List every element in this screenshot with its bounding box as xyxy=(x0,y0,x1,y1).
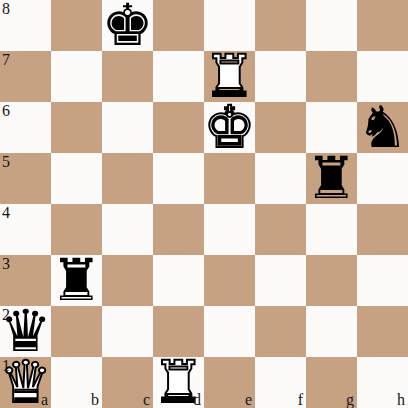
square-h7[interactable] xyxy=(357,51,408,102)
square-g4[interactable] xyxy=(306,204,357,255)
square-h4[interactable] xyxy=(357,204,408,255)
square-a7[interactable]: 7 xyxy=(0,51,51,102)
rank-label-8: 8 xyxy=(2,0,10,17)
square-f2[interactable] xyxy=(255,306,306,357)
square-c2[interactable] xyxy=(102,306,153,357)
square-c6[interactable] xyxy=(102,102,153,153)
black-king-icon: ♚ xyxy=(102,0,153,51)
square-d4[interactable] xyxy=(153,204,204,255)
black-rook-icon: ♜ xyxy=(51,255,102,306)
square-b2[interactable] xyxy=(51,306,102,357)
square-g8[interactable] xyxy=(306,0,357,51)
white-king-icon: ♚ xyxy=(204,102,255,153)
square-a4[interactable]: 4 xyxy=(0,204,51,255)
square-d6[interactable] xyxy=(153,102,204,153)
square-b7[interactable] xyxy=(51,51,102,102)
square-d1[interactable]: d♜ xyxy=(153,357,204,408)
file-label-d: d xyxy=(193,392,201,408)
square-g2[interactable] xyxy=(306,306,357,357)
black-knight-icon: ♞ xyxy=(357,102,408,153)
square-g5[interactable]: ♜ xyxy=(306,153,357,204)
square-a6[interactable]: 6 xyxy=(0,102,51,153)
square-d5[interactable] xyxy=(153,153,204,204)
square-d8[interactable] xyxy=(153,0,204,51)
rank-label-5: 5 xyxy=(2,153,10,170)
square-f5[interactable] xyxy=(255,153,306,204)
square-c8[interactable]: ♚ xyxy=(102,0,153,51)
square-c4[interactable] xyxy=(102,204,153,255)
square-b1[interactable]: b xyxy=(51,357,102,408)
square-b4[interactable] xyxy=(51,204,102,255)
file-label-c: c xyxy=(143,392,150,408)
chess-diagram: 8♚7♜6♚♞5♜43♜2♛1a♛bcd♜efgh xyxy=(0,0,408,408)
square-h3[interactable] xyxy=(357,255,408,306)
square-c5[interactable] xyxy=(102,153,153,204)
square-e8[interactable] xyxy=(204,0,255,51)
rank-label-6: 6 xyxy=(2,102,10,119)
square-d2[interactable] xyxy=(153,306,204,357)
square-a5[interactable]: 5 xyxy=(0,153,51,204)
square-f7[interactable] xyxy=(255,51,306,102)
square-e6[interactable]: ♚ xyxy=(204,102,255,153)
square-a2[interactable]: 2♛ xyxy=(0,306,51,357)
chess-board: 8♚7♜6♚♞5♜43♜2♛1a♛bcd♜efgh xyxy=(0,0,408,408)
square-d7[interactable] xyxy=(153,51,204,102)
square-a1[interactable]: 1a♛ xyxy=(0,357,51,408)
square-c3[interactable] xyxy=(102,255,153,306)
rank-label-4: 4 xyxy=(2,204,10,221)
rank-label-3: 3 xyxy=(2,255,10,272)
square-f6[interactable] xyxy=(255,102,306,153)
square-b6[interactable] xyxy=(51,102,102,153)
square-e4[interactable] xyxy=(204,204,255,255)
square-g6[interactable] xyxy=(306,102,357,153)
rank-label-2: 2 xyxy=(2,306,10,323)
square-a3[interactable]: 3 xyxy=(0,255,51,306)
square-g3[interactable] xyxy=(306,255,357,306)
square-e2[interactable] xyxy=(204,306,255,357)
black-rook-icon: ♜ xyxy=(306,153,357,204)
square-b8[interactable] xyxy=(51,0,102,51)
square-e3[interactable] xyxy=(204,255,255,306)
square-e1[interactable]: e xyxy=(204,357,255,408)
square-a8[interactable]: 8 xyxy=(0,0,51,51)
square-c7[interactable] xyxy=(102,51,153,102)
square-g7[interactable] xyxy=(306,51,357,102)
square-h6[interactable]: ♞ xyxy=(357,102,408,153)
square-b5[interactable] xyxy=(51,153,102,204)
file-label-e: e xyxy=(245,392,252,408)
file-label-f: f xyxy=(298,392,303,408)
square-f4[interactable] xyxy=(255,204,306,255)
square-e7[interactable]: ♜ xyxy=(204,51,255,102)
file-label-g: g xyxy=(346,392,354,408)
square-d3[interactable] xyxy=(153,255,204,306)
square-h8[interactable] xyxy=(357,0,408,51)
square-c1[interactable]: c xyxy=(102,357,153,408)
square-f8[interactable] xyxy=(255,0,306,51)
square-h1[interactable]: h xyxy=(357,357,408,408)
square-h5[interactable] xyxy=(357,153,408,204)
white-rook-icon: ♜ xyxy=(204,51,255,102)
square-f3[interactable] xyxy=(255,255,306,306)
rank-label-7: 7 xyxy=(2,51,10,68)
square-h2[interactable] xyxy=(357,306,408,357)
file-label-b: b xyxy=(91,392,99,408)
square-f1[interactable]: f xyxy=(255,357,306,408)
file-label-a: a xyxy=(41,392,48,408)
rank-label-1: 1 xyxy=(2,357,10,374)
square-e5[interactable] xyxy=(204,153,255,204)
square-g1[interactable]: g xyxy=(306,357,357,408)
square-b3[interactable]: ♜ xyxy=(51,255,102,306)
file-label-h: h xyxy=(397,392,405,408)
